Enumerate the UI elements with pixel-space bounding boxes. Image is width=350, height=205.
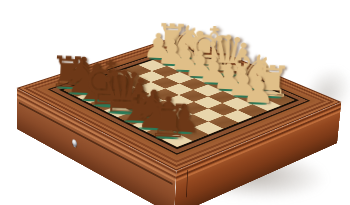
- scene: ♜♞♝♚♛♝♞♜♟♟♟♟♟♟♟♟♟♟♟♟♟♟♟♟♜♞♝♚♛♝♞♜: [0, 0, 350, 205]
- drawer-seam: [186, 170, 189, 198]
- product-photo: ♜♞♝♚♛♝♞♜♟♟♟♟♟♟♟♟♟♟♟♟♟♟♟♟♜♞♝♚♛♝♞♜: [0, 0, 350, 205]
- piece-black-rook: ♜: [147, 98, 190, 145]
- drawer-knob: [72, 139, 77, 148]
- piece-white-pawn: ♟: [241, 71, 275, 109]
